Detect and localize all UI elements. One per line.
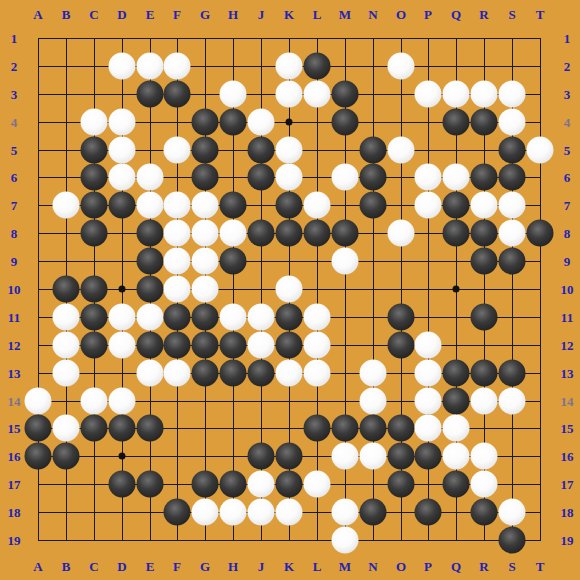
stone-g13-black[interactable] xyxy=(192,360,219,387)
stone-b16-black[interactable] xyxy=(53,443,80,470)
stone-n18-black[interactable] xyxy=(360,499,387,526)
col-label-top-M: M xyxy=(339,8,351,21)
stone-r3-white[interactable] xyxy=(471,81,498,108)
col-label-bottom-K: K xyxy=(284,560,294,573)
stone-s8-white[interactable] xyxy=(499,220,526,247)
stone-m9-white[interactable] xyxy=(332,248,359,275)
stone-f10-white[interactable] xyxy=(164,276,191,303)
stone-j8-black[interactable] xyxy=(248,220,275,247)
stone-p3-white[interactable] xyxy=(415,81,442,108)
col-label-bottom-Q: Q xyxy=(451,560,461,573)
stone-s14-white[interactable] xyxy=(499,388,526,415)
col-label-top-T: T xyxy=(536,8,545,21)
star-point-d10 xyxy=(119,286,126,293)
row-label-right-17: 17 xyxy=(561,478,574,491)
col-label-top-D: D xyxy=(117,8,126,21)
stone-j16-black[interactable] xyxy=(248,443,275,470)
stone-d12-white[interactable] xyxy=(109,332,136,359)
stone-g4-black[interactable] xyxy=(192,109,219,136)
stone-q13-black[interactable] xyxy=(443,360,470,387)
col-label-bottom-F: F xyxy=(173,560,181,573)
stone-o8-white[interactable] xyxy=(388,220,415,247)
stone-d11-white[interactable] xyxy=(109,304,136,331)
stone-c14-white[interactable] xyxy=(81,388,108,415)
row-label-right-9: 9 xyxy=(564,255,571,268)
row-label-right-7: 7 xyxy=(564,199,571,212)
stone-t5-white[interactable] xyxy=(527,137,554,164)
col-label-top-B: B xyxy=(62,8,71,21)
stone-k3-white[interactable] xyxy=(276,81,303,108)
row-label-right-4: 4 xyxy=(564,116,571,129)
stone-r7-white[interactable] xyxy=(471,192,498,219)
col-label-top-H: H xyxy=(228,8,238,21)
row-label-right-13: 13 xyxy=(561,367,574,380)
stone-l2-black[interactable] xyxy=(304,53,331,80)
row-label-right-18: 18 xyxy=(561,506,574,519)
col-label-top-S: S xyxy=(508,8,515,21)
stone-m16-white[interactable] xyxy=(332,443,359,470)
stone-e8-black[interactable] xyxy=(137,220,164,247)
col-label-bottom-G: G xyxy=(200,560,210,573)
stone-p15-white[interactable] xyxy=(415,415,442,442)
row-label-right-10: 10 xyxy=(561,283,574,296)
stone-b7-white[interactable] xyxy=(53,192,80,219)
stone-p18-black[interactable] xyxy=(415,499,442,526)
stone-b10-black[interactable] xyxy=(53,276,80,303)
stone-e17-black[interactable] xyxy=(137,471,164,498)
stone-d5-white[interactable] xyxy=(109,137,136,164)
stone-l3-white[interactable] xyxy=(304,81,331,108)
stone-o16-black[interactable] xyxy=(388,443,415,470)
row-label-left-19: 19 xyxy=(8,534,21,547)
stone-s6-black[interactable] xyxy=(499,164,526,191)
stone-n14-white[interactable] xyxy=(360,388,387,415)
row-label-right-16: 16 xyxy=(561,450,574,463)
col-label-top-Q: Q xyxy=(451,8,461,21)
stone-d6-white[interactable] xyxy=(109,164,136,191)
col-label-top-J: J xyxy=(258,8,265,21)
stone-g12-black[interactable] xyxy=(192,332,219,359)
stone-q16-white[interactable] xyxy=(443,443,470,470)
col-label-bottom-R: R xyxy=(479,560,488,573)
stone-l12-white[interactable] xyxy=(304,332,331,359)
stone-f5-white[interactable] xyxy=(164,137,191,164)
stone-m6-white[interactable] xyxy=(332,164,359,191)
stone-a16-black[interactable] xyxy=(25,443,52,470)
stone-h9-black[interactable] xyxy=(220,248,247,275)
row-label-right-12: 12 xyxy=(561,339,574,352)
stone-k6-white[interactable] xyxy=(276,164,303,191)
stone-n7-black[interactable] xyxy=(360,192,387,219)
stone-l13-white[interactable] xyxy=(304,360,331,387)
stone-h8-white[interactable] xyxy=(220,220,247,247)
col-label-bottom-A: A xyxy=(33,560,42,573)
stone-r14-white[interactable] xyxy=(471,388,498,415)
stone-n6-black[interactable] xyxy=(360,164,387,191)
col-label-top-P: P xyxy=(424,8,432,21)
stone-f11-black[interactable] xyxy=(164,304,191,331)
stone-l17-white[interactable] xyxy=(304,471,331,498)
row-label-left-1: 1 xyxy=(11,32,18,45)
stone-f3-black[interactable] xyxy=(164,81,191,108)
col-label-top-F: F xyxy=(173,8,181,21)
stone-k2-white[interactable] xyxy=(276,53,303,80)
stone-e6-white[interactable] xyxy=(137,164,164,191)
col-label-bottom-N: N xyxy=(368,560,377,573)
col-label-bottom-D: D xyxy=(117,560,126,573)
stone-b13-white[interactable] xyxy=(53,360,80,387)
stone-h17-black[interactable] xyxy=(220,471,247,498)
col-label-top-G: G xyxy=(200,8,210,21)
stone-j5-black[interactable] xyxy=(248,137,275,164)
stone-f13-white[interactable] xyxy=(164,360,191,387)
stone-j6-black[interactable] xyxy=(248,164,275,191)
col-label-top-K: K xyxy=(284,8,294,21)
stone-h18-white[interactable] xyxy=(220,499,247,526)
grid-line-vertical-L xyxy=(317,38,318,541)
star-point-q10 xyxy=(453,286,460,293)
row-label-right-5: 5 xyxy=(564,144,571,157)
stone-e9-black[interactable] xyxy=(137,248,164,275)
col-label-bottom-T: T xyxy=(536,560,545,573)
row-label-left-4: 4 xyxy=(11,116,18,129)
row-label-left-13: 13 xyxy=(8,367,21,380)
stone-r8-black[interactable] xyxy=(471,220,498,247)
row-label-right-3: 3 xyxy=(564,88,571,101)
stone-h13-black[interactable] xyxy=(220,360,247,387)
stone-c7-black[interactable] xyxy=(81,192,108,219)
col-label-bottom-S: S xyxy=(508,560,515,573)
stone-e3-black[interactable] xyxy=(137,81,164,108)
stone-q3-white[interactable] xyxy=(443,81,470,108)
row-label-left-11: 11 xyxy=(8,311,20,324)
stone-n13-white[interactable] xyxy=(360,360,387,387)
stone-r4-black[interactable] xyxy=(471,109,498,136)
stone-a15-black[interactable] xyxy=(25,415,52,442)
stone-f7-white[interactable] xyxy=(164,192,191,219)
stone-m18-white[interactable] xyxy=(332,499,359,526)
stone-s4-white[interactable] xyxy=(499,109,526,136)
stone-k11-black[interactable] xyxy=(276,304,303,331)
stone-m8-black[interactable] xyxy=(332,220,359,247)
stone-q17-black[interactable] xyxy=(443,471,470,498)
stone-q6-white[interactable] xyxy=(443,164,470,191)
col-label-top-E: E xyxy=(146,8,155,21)
stone-k12-black[interactable] xyxy=(276,332,303,359)
stone-o17-black[interactable] xyxy=(388,471,415,498)
stone-r9-black[interactable] xyxy=(471,248,498,275)
stone-p7-white[interactable] xyxy=(415,192,442,219)
stone-r11-black[interactable] xyxy=(471,304,498,331)
stone-h4-black[interactable] xyxy=(220,109,247,136)
row-label-left-12: 12 xyxy=(8,339,21,352)
stone-p14-white[interactable] xyxy=(415,388,442,415)
stone-b12-white[interactable] xyxy=(53,332,80,359)
star-point-d16 xyxy=(119,453,126,460)
row-label-left-2: 2 xyxy=(11,60,18,73)
stone-e11-white[interactable] xyxy=(137,304,164,331)
stone-k18-white[interactable] xyxy=(276,499,303,526)
stone-h3-white[interactable] xyxy=(220,81,247,108)
go-board[interactable]: AA11BB22CC33DD44EE55FF66GG77HH88JJ99KK10… xyxy=(0,0,580,580)
stone-l15-black[interactable] xyxy=(304,415,331,442)
row-label-right-15: 15 xyxy=(561,422,574,435)
stone-s19-black[interactable] xyxy=(499,527,526,554)
stone-g5-black[interactable] xyxy=(192,137,219,164)
stone-h7-black[interactable] xyxy=(220,192,247,219)
stone-g8-white[interactable] xyxy=(192,220,219,247)
row-label-left-18: 18 xyxy=(8,506,21,519)
row-label-left-9: 9 xyxy=(11,255,18,268)
stone-j4-white[interactable] xyxy=(248,109,275,136)
stone-c12-black[interactable] xyxy=(81,332,108,359)
stone-o12-black[interactable] xyxy=(388,332,415,359)
stone-g17-black[interactable] xyxy=(192,471,219,498)
stone-e15-black[interactable] xyxy=(137,415,164,442)
col-label-bottom-M: M xyxy=(339,560,351,573)
stone-d7-black[interactable] xyxy=(109,192,136,219)
stone-p12-white[interactable] xyxy=(415,332,442,359)
row-label-right-11: 11 xyxy=(561,311,573,324)
stone-d17-black[interactable] xyxy=(109,471,136,498)
stone-b11-white[interactable] xyxy=(53,304,80,331)
stone-e7-white[interactable] xyxy=(137,192,164,219)
stone-j18-white[interactable] xyxy=(248,499,275,526)
stone-k10-white[interactable] xyxy=(276,276,303,303)
stone-q7-black[interactable] xyxy=(443,192,470,219)
col-label-bottom-J: J xyxy=(258,560,265,573)
row-label-left-3: 3 xyxy=(11,88,18,101)
stone-l7-white[interactable] xyxy=(304,192,331,219)
stone-c6-black[interactable] xyxy=(81,164,108,191)
stone-n15-black[interactable] xyxy=(360,415,387,442)
col-label-bottom-E: E xyxy=(146,560,155,573)
stone-q8-black[interactable] xyxy=(443,220,470,247)
stone-k8-black[interactable] xyxy=(276,220,303,247)
stone-c15-black[interactable] xyxy=(81,415,108,442)
stone-n16-white[interactable] xyxy=(360,443,387,470)
star-point-k4 xyxy=(286,119,293,126)
stone-p16-black[interactable] xyxy=(415,443,442,470)
stone-j11-white[interactable] xyxy=(248,304,275,331)
stone-j13-black[interactable] xyxy=(248,360,275,387)
stone-c8-black[interactable] xyxy=(81,220,108,247)
go-app-window: AA11BB22CC33DD44EE55FF66GG77HH88JJ99KK10… xyxy=(0,0,580,580)
stone-s5-black[interactable] xyxy=(499,137,526,164)
stone-h12-black[interactable] xyxy=(220,332,247,359)
stone-r17-white[interactable] xyxy=(471,471,498,498)
col-label-top-C: C xyxy=(89,8,98,21)
col-label-top-A: A xyxy=(33,8,42,21)
stone-j17-white[interactable] xyxy=(248,471,275,498)
stone-q4-black[interactable] xyxy=(443,109,470,136)
stone-p6-white[interactable] xyxy=(415,164,442,191)
stone-f2-white[interactable] xyxy=(164,53,191,80)
stone-k5-white[interactable] xyxy=(276,137,303,164)
stone-c5-black[interactable] xyxy=(81,137,108,164)
stone-q14-black[interactable] xyxy=(443,388,470,415)
stone-c11-black[interactable] xyxy=(81,304,108,331)
stone-e13-white[interactable] xyxy=(137,360,164,387)
col-label-top-O: O xyxy=(396,8,406,21)
stone-p13-white[interactable] xyxy=(415,360,442,387)
row-label-right-14: 14 xyxy=(561,395,574,408)
stone-g18-white[interactable] xyxy=(192,499,219,526)
row-label-left-8: 8 xyxy=(11,227,18,240)
stone-o2-white[interactable] xyxy=(388,53,415,80)
row-label-left-6: 6 xyxy=(11,171,18,184)
stone-m15-black[interactable] xyxy=(332,415,359,442)
stone-r16-white[interactable] xyxy=(471,443,498,470)
stone-a14-white[interactable] xyxy=(25,388,52,415)
col-label-top-N: N xyxy=(368,8,377,21)
stone-e12-black[interactable] xyxy=(137,332,164,359)
stone-o5-white[interactable] xyxy=(388,137,415,164)
col-label-top-L: L xyxy=(313,8,322,21)
stone-s13-black[interactable] xyxy=(499,360,526,387)
stone-n5-black[interactable] xyxy=(360,137,387,164)
stone-m19-white[interactable] xyxy=(332,527,359,554)
stone-h11-white[interactable] xyxy=(220,304,247,331)
col-label-bottom-B: B xyxy=(62,560,71,573)
row-label-right-8: 8 xyxy=(564,227,571,240)
row-label-left-10: 10 xyxy=(8,283,21,296)
grid-line-vertical-T xyxy=(540,38,541,541)
stone-k7-black[interactable] xyxy=(276,192,303,219)
stone-d14-white[interactable] xyxy=(109,388,136,415)
stone-g10-white[interactable] xyxy=(192,276,219,303)
row-label-left-16: 16 xyxy=(8,450,21,463)
stone-m4-black[interactable] xyxy=(332,109,359,136)
stone-g7-white[interactable] xyxy=(192,192,219,219)
stone-d2-white[interactable] xyxy=(109,53,136,80)
stone-q15-white[interactable] xyxy=(443,415,470,442)
stone-r13-black[interactable] xyxy=(471,360,498,387)
stone-g9-white[interactable] xyxy=(192,248,219,275)
stone-c10-black[interactable] xyxy=(81,276,108,303)
col-label-bottom-L: L xyxy=(313,560,322,573)
stone-f18-black[interactable] xyxy=(164,499,191,526)
stone-b15-white[interactable] xyxy=(53,415,80,442)
stone-j12-white[interactable] xyxy=(248,332,275,359)
stone-l11-white[interactable] xyxy=(304,304,331,331)
col-label-bottom-P: P xyxy=(424,560,432,573)
stone-r6-black[interactable] xyxy=(471,164,498,191)
stone-k17-black[interactable] xyxy=(276,471,303,498)
stone-s18-white[interactable] xyxy=(499,499,526,526)
stone-e2-white[interactable] xyxy=(137,53,164,80)
stone-f12-black[interactable] xyxy=(164,332,191,359)
stone-k13-white[interactable] xyxy=(276,360,303,387)
stone-t8-black[interactable] xyxy=(527,220,554,247)
stone-d15-black[interactable] xyxy=(109,415,136,442)
stone-m3-black[interactable] xyxy=(332,81,359,108)
col-label-bottom-C: C xyxy=(89,560,98,573)
stone-o15-black[interactable] xyxy=(388,415,415,442)
stone-l8-black[interactable] xyxy=(304,220,331,247)
row-label-right-2: 2 xyxy=(564,60,571,73)
stone-f9-white[interactable] xyxy=(164,248,191,275)
row-label-right-6: 6 xyxy=(564,171,571,184)
row-label-right-19: 19 xyxy=(561,534,574,547)
row-label-left-5: 5 xyxy=(11,144,18,157)
stone-r18-black[interactable] xyxy=(471,499,498,526)
stone-f8-white[interactable] xyxy=(164,220,191,247)
col-label-bottom-H: H xyxy=(228,560,238,573)
stone-o11-black[interactable] xyxy=(388,304,415,331)
stone-s9-black[interactable] xyxy=(499,248,526,275)
row-label-left-7: 7 xyxy=(11,199,18,212)
stone-d4-white[interactable] xyxy=(109,109,136,136)
stone-e10-black[interactable] xyxy=(137,276,164,303)
stone-k16-black[interactable] xyxy=(276,443,303,470)
stone-g11-black[interactable] xyxy=(192,304,219,331)
stone-c4-white[interactable] xyxy=(81,109,108,136)
stone-s7-white[interactable] xyxy=(499,192,526,219)
row-label-right-1: 1 xyxy=(564,32,571,45)
grid-line-horizontal-19 xyxy=(38,540,541,541)
stone-g6-black[interactable] xyxy=(192,164,219,191)
stone-s3-white[interactable] xyxy=(499,81,526,108)
row-label-left-15: 15 xyxy=(8,422,21,435)
col-label-bottom-O: O xyxy=(396,560,406,573)
row-label-left-14: 14 xyxy=(8,395,21,408)
row-label-left-17: 17 xyxy=(8,478,21,491)
col-label-top-R: R xyxy=(479,8,488,21)
